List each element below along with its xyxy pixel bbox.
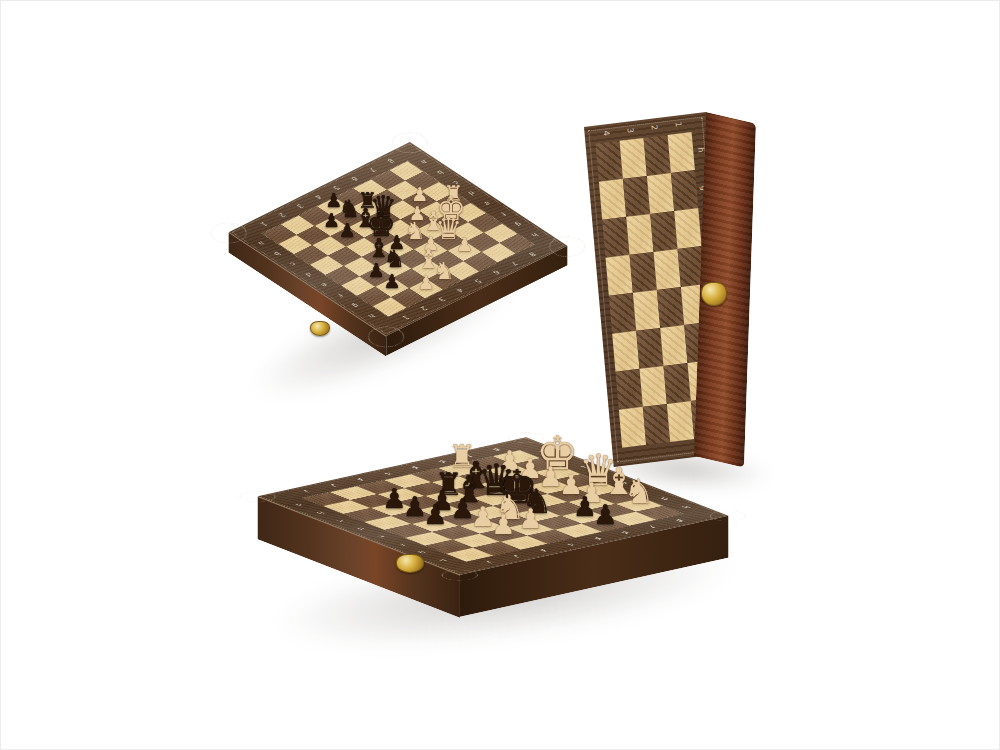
open-chessboard-top: aabbccddeeffgghh8877665544332211 (229, 142, 568, 336)
folded-square-g1 (671, 170, 698, 211)
folded-square-c2 (660, 325, 687, 366)
coord-file-g-far: g (502, 215, 536, 234)
folded-square-h2 (644, 135, 671, 176)
folded-square-a2 (667, 401, 694, 442)
square-e6 (520, 494, 568, 508)
folded-square-c4 (612, 331, 639, 372)
folded-square-f4 (602, 217, 629, 258)
folded-square-g4 (599, 179, 626, 220)
folded-square-h3 (620, 138, 647, 179)
folded-square-h4 (596, 141, 623, 182)
brass-clasp-top-board (310, 321, 330, 336)
square-h1 (446, 548, 494, 562)
folded-square-e2 (654, 249, 681, 290)
folded-square-a3 (643, 404, 670, 445)
folded-coord-rank-4: 4 (599, 120, 615, 146)
coord-file-c-far: c (439, 173, 473, 192)
folded-square-b2 (664, 363, 691, 404)
coord-rank-2-left: 2 (265, 205, 299, 224)
coord-file-g-far: g (642, 492, 688, 505)
coord-rank-5-left: 5 (319, 178, 353, 197)
folded-square-f3 (626, 214, 653, 255)
folded-square-a4 (619, 407, 646, 448)
folded-chess-box: 4321hgfedcba (579, 111, 765, 481)
folded-square-d3 (633, 290, 660, 331)
folded-square-d2 (657, 287, 684, 328)
folded-square-g3 (623, 176, 650, 217)
product-photo-stage: 4321hgfedcba aabbccddeeffgghh88776655443… (0, 0, 1000, 750)
folded-coord-rank-3: 3 (623, 117, 639, 143)
folded-square-d4 (609, 293, 636, 334)
corner-arc-decor (501, 430, 551, 445)
folded-coord-rank-1: 1 (671, 112, 687, 138)
square-g7 (466, 233, 500, 252)
folded-square-g2 (647, 173, 674, 214)
folded-square-e4 (606, 255, 633, 296)
square-h8 (500, 234, 534, 253)
folded-square-h1 (668, 132, 695, 173)
brass-clasp-front-board (396, 554, 424, 573)
coord-file-h-far: h (518, 225, 552, 244)
corner-arc-decor (384, 128, 435, 157)
folded-square-b4 (616, 369, 643, 410)
folded-square-f2 (650, 211, 677, 252)
folded-square-b3 (640, 366, 667, 407)
folded-square-c3 (636, 328, 663, 369)
folded-square-f1 (674, 208, 701, 249)
folded-coord-rank-2: 2 (647, 115, 663, 141)
folded-square-e3 (630, 252, 657, 293)
brass-clasp-folded-box (701, 282, 727, 306)
